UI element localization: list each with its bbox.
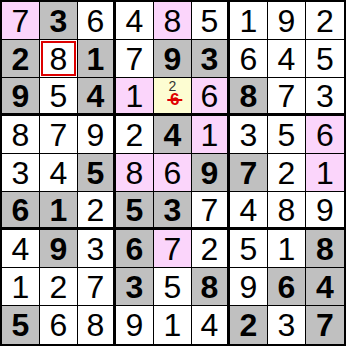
digit: 5 [316, 43, 334, 75]
digit: 3 [201, 43, 219, 75]
digit: 4 [316, 271, 334, 303]
cell-r3c7[interactable]: 8 [230, 78, 268, 116]
cell-r9c8[interactable]: 3 [268, 306, 306, 344]
digit: 5 [240, 233, 258, 265]
digit: 4 [164, 119, 182, 151]
cell-r9c6[interactable]: 4 [192, 306, 230, 344]
cell-r5c9[interactable]: 1 [306, 154, 344, 192]
cell-r5c6[interactable]: 9 [192, 154, 230, 192]
cell-r1c4[interactable]: 4 [116, 2, 154, 40]
cell-r8c3[interactable]: 7 [78, 268, 116, 306]
digit: 8 [201, 271, 219, 303]
cell-r9c5[interactable]: 1 [154, 306, 192, 344]
digit: 8 [278, 194, 296, 226]
cell-r9c9[interactable]: 7 [306, 306, 344, 344]
cell-r5c2[interactable]: 4 [40, 154, 78, 192]
cell-r2c7[interactable]: 6 [230, 40, 268, 78]
cell-r7c6[interactable]: 2 [192, 230, 230, 268]
digit: 8 [87, 309, 105, 341]
digit: 3 [278, 309, 296, 341]
cell-r8c4[interactable]: 3 [116, 268, 154, 306]
cell-r6c3[interactable]: 2 [78, 192, 116, 230]
cell-r2c5[interactable]: 9 [154, 40, 192, 78]
digit: 5 [126, 194, 144, 226]
digit: 2 [87, 194, 105, 226]
cell-r4c5[interactable]: 4 [154, 116, 192, 154]
cell-r5c3[interactable]: 5 [78, 154, 116, 192]
cell-r1c7[interactable]: 1 [230, 2, 268, 40]
cell-r8c9[interactable]: 4 [306, 268, 344, 306]
cell-r1c1[interactable]: 7 [2, 2, 40, 40]
cell-r9c1[interactable]: 5 [2, 306, 40, 344]
digit: 4 [50, 157, 68, 189]
digit: 6 [126, 233, 144, 265]
cell-r7c1[interactable]: 4 [2, 230, 40, 268]
digit: 3 [164, 194, 182, 226]
digit: 2 [12, 43, 30, 75]
cell-r3c6[interactable]: 6 [192, 78, 230, 116]
digit: 6 [87, 5, 105, 37]
digit: 1 [87, 43, 105, 75]
digit: 7 [87, 271, 105, 303]
digit: 6 [240, 43, 258, 75]
digit: 9 [126, 309, 144, 341]
cell-r3c1[interactable]: 9 [2, 78, 40, 116]
digit: 2 [201, 233, 219, 265]
cell-r1c3[interactable]: 6 [78, 2, 116, 40]
digit: 4 [87, 80, 105, 112]
digit: 4 [240, 194, 258, 226]
cell-r7c7[interactable]: 5 [230, 230, 268, 268]
cell-r7c4[interactable]: 6 [116, 230, 154, 268]
cell-r2c8[interactable]: 4 [268, 40, 306, 78]
cell-r6c1[interactable]: 6 [2, 192, 40, 230]
cell-r4c9[interactable]: 6 [306, 116, 344, 154]
cell-r6c5[interactable]: 3 [154, 192, 192, 230]
cell-r1c5[interactable]: 8 [154, 2, 192, 40]
cell-r1c6[interactable]: 5 [192, 2, 230, 40]
digit: 6 [201, 80, 219, 112]
digit: 1 [201, 119, 219, 151]
digit: 9 [12, 80, 30, 112]
digit: 8 [50, 43, 68, 75]
cell-r8c1[interactable]: 1 [2, 268, 40, 306]
digit: 7 [201, 194, 219, 226]
cell-r6c6[interactable]: 7 [192, 192, 230, 230]
digit: 5 [201, 5, 219, 37]
cell-r2c6[interactable]: 3 [192, 40, 230, 78]
digit: 8 [240, 80, 258, 112]
digit: 9 [316, 194, 334, 226]
cell-r6c9[interactable]: 9 [306, 192, 344, 230]
cell-r7c9[interactable]: 8 [306, 230, 344, 268]
cell-r5c5[interactable]: 6 [154, 154, 192, 192]
digit: 1 [240, 5, 258, 37]
digit: 1 [126, 80, 144, 112]
cell-r8c6[interactable]: 8 [192, 268, 230, 306]
cell-r6c4[interactable]: 5 [116, 192, 154, 230]
digit: 8 [12, 119, 30, 151]
cell-r4c7[interactable]: 3 [230, 116, 268, 154]
digit: 6 [164, 157, 182, 189]
sudoku-board: 7364851922817936459541266873879241356345… [0, 0, 346, 346]
cell-r4c8[interactable]: 5 [268, 116, 306, 154]
cell-r5c7[interactable]: 7 [230, 154, 268, 192]
cell-r9c7[interactable]: 2 [230, 306, 268, 344]
digit: 4 [278, 43, 296, 75]
cell-r3c8[interactable]: 7 [268, 78, 306, 116]
digit: 2 [240, 309, 258, 341]
cell-r2c3[interactable]: 1 [78, 40, 116, 78]
digit: 1 [12, 271, 30, 303]
digit: 9 [50, 233, 68, 265]
cell-r3c9[interactable]: 3 [306, 78, 344, 116]
digit: 5 [12, 309, 30, 341]
cell-r8c7[interactable]: 9 [230, 268, 268, 306]
digit: 3 [87, 233, 105, 265]
cell-r1c9[interactable]: 2 [306, 2, 344, 40]
error-digit-struck: 6 [170, 91, 179, 108]
cell-r8c8[interactable]: 6 [268, 268, 306, 306]
digit: 7 [126, 43, 144, 75]
digit: 6 [278, 271, 296, 303]
cell-r6c2[interactable]: 1 [40, 192, 78, 230]
cell-r4c3[interactable]: 9 [78, 116, 116, 154]
digit: 1 [164, 309, 182, 341]
digit: 8 [126, 157, 144, 189]
digit: 5 [278, 119, 296, 151]
cell-r3c2[interactable]: 5 [40, 78, 78, 116]
digit: 2 [316, 5, 334, 37]
digit: 3 [316, 80, 334, 112]
digit: 2 [126, 119, 144, 151]
digit: 9 [240, 271, 258, 303]
digit: 5 [87, 157, 105, 189]
digit: 7 [278, 80, 296, 112]
digit: 1 [316, 157, 334, 189]
cell-r6c8[interactable]: 8 [268, 192, 306, 230]
cell-r3c4[interactable]: 1 [116, 78, 154, 116]
cell-r9c3[interactable]: 8 [78, 306, 116, 344]
cell-r5c8[interactable]: 2 [268, 154, 306, 192]
digit: 6 [12, 194, 30, 226]
digit: 3 [50, 5, 68, 37]
digit: 4 [201, 309, 219, 341]
cell-r4c4[interactable]: 2 [116, 116, 154, 154]
cell-r5c4[interactable]: 8 [116, 154, 154, 192]
cell-r1c2[interactable]: 3 [40, 2, 78, 40]
digit: 7 [50, 119, 68, 151]
digit: 5 [50, 80, 68, 112]
cell-r4c2[interactable]: 7 [40, 116, 78, 154]
digit: 9 [201, 157, 219, 189]
digit: 3 [126, 271, 144, 303]
digit: 7 [240, 157, 258, 189]
digit: 3 [240, 119, 258, 151]
digit: 5 [164, 271, 182, 303]
digit: 6 [316, 119, 334, 151]
cell-r9c4[interactable]: 9 [116, 306, 154, 344]
cell-r8c2[interactable]: 2 [40, 268, 78, 306]
digit: 9 [278, 5, 296, 37]
digit: 2 [278, 157, 296, 189]
cell-r5c1[interactable]: 3 [2, 154, 40, 192]
cell-r3c5[interactable]: 26 [154, 78, 192, 116]
digit: 7 [12, 5, 30, 37]
cell-r1c8[interactable]: 9 [268, 2, 306, 40]
digit: 1 [50, 194, 68, 226]
cell-r6c7[interactable]: 4 [230, 192, 268, 230]
digit: 7 [164, 233, 182, 265]
cell-r2c9[interactable]: 5 [306, 40, 344, 78]
digit: 8 [164, 5, 182, 37]
cell-r7c5[interactable]: 7 [154, 230, 192, 268]
digit: 4 [126, 5, 144, 37]
digit: 1 [278, 233, 296, 265]
cell-r3c3[interactable]: 4 [78, 78, 116, 116]
cell-r7c2[interactable]: 9 [40, 230, 78, 268]
digit: 3 [12, 157, 30, 189]
cell-r2c4[interactable]: 7 [116, 40, 154, 78]
digit: 6 [50, 309, 68, 341]
digit: 7 [316, 309, 334, 341]
cell-r7c8[interactable]: 1 [268, 230, 306, 268]
cell-r4c1[interactable]: 8 [2, 116, 40, 154]
cell-r2c1[interactable]: 2 [2, 40, 40, 78]
digit: 2 [50, 271, 68, 303]
cell-r2c2[interactable]: 8 [40, 40, 78, 78]
cell-r8c5[interactable]: 5 [154, 268, 192, 306]
digit: 8 [316, 233, 334, 265]
digit: 9 [164, 43, 182, 75]
cell-r7c3[interactable]: 3 [78, 230, 116, 268]
digit: 9 [87, 119, 105, 151]
cell-r4c6[interactable]: 1 [192, 116, 230, 154]
digit: 4 [12, 233, 30, 265]
cell-r9c2[interactable]: 6 [40, 306, 78, 344]
